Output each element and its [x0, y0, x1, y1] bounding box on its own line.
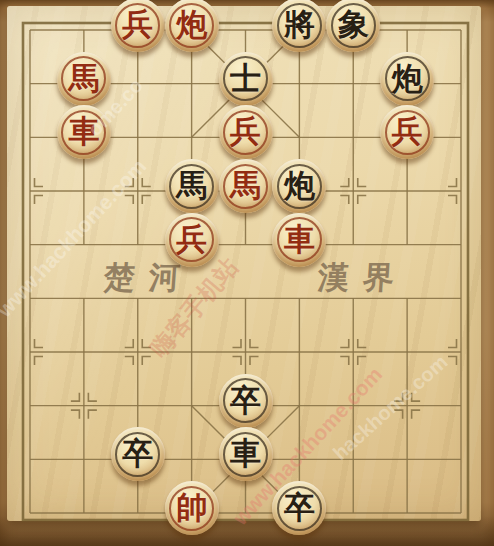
piece-red-soldier[interactable]: 兵 [380, 105, 434, 159]
piece-glyph: 士 [219, 52, 273, 106]
piece-glyph: 炮 [380, 52, 434, 106]
piece-red-general[interactable]: 帥 [165, 481, 219, 535]
piece-glyph: 炮 [165, 0, 219, 52]
piece-glyph: 車 [57, 105, 111, 159]
piece-glyph: 象 [326, 0, 380, 52]
piece-black-soldier[interactable]: 卒 [219, 374, 273, 428]
piece-glyph: 將 [272, 0, 326, 52]
piece-black-cannon[interactable]: 炮 [380, 52, 434, 106]
piece-glyph: 卒 [219, 374, 273, 428]
piece-black-cannon[interactable]: 炮 [272, 159, 326, 213]
piece-glyph: 卒 [272, 481, 326, 535]
piece-red-cannon[interactable]: 炮 [165, 0, 219, 52]
piece-red-chariot[interactable]: 車 [57, 105, 111, 159]
piece-red-chariot[interactable]: 車 [272, 213, 326, 267]
piece-glyph: 兵 [165, 213, 219, 267]
piece-red-horse[interactable]: 馬 [219, 159, 273, 213]
piece-glyph: 車 [272, 213, 326, 267]
piece-glyph: 車 [219, 427, 273, 481]
piece-glyph: 馬 [57, 52, 111, 106]
piece-red-horse[interactable]: 馬 [57, 52, 111, 106]
piece-black-soldier[interactable]: 卒 [272, 481, 326, 535]
piece-black-soldier[interactable]: 卒 [111, 427, 165, 481]
piece-black-chariot[interactable]: 車 [219, 427, 273, 481]
piece-glyph: 兵 [111, 0, 165, 52]
piece-black-advisor[interactable]: 士 [219, 52, 273, 106]
piece-glyph: 卒 [111, 427, 165, 481]
piece-glyph: 兵 [219, 105, 273, 159]
piece-glyph: 帥 [165, 481, 219, 535]
piece-red-soldier[interactable]: 兵 [111, 0, 165, 52]
piece-glyph: 馬 [219, 159, 273, 213]
piece-black-horse[interactable]: 馬 [165, 159, 219, 213]
pieces-layer: 兵炮將象馬士炮車兵兵馬馬炮兵車卒卒車帥卒 [0, 0, 494, 546]
xiangqi-board[interactable]: 楚河 漢界 www.hackhome.comome.co嗨客手机站www.hac… [0, 0, 494, 546]
piece-black-general[interactable]: 將 [272, 0, 326, 52]
piece-glyph: 馬 [165, 159, 219, 213]
piece-red-soldier[interactable]: 兵 [219, 105, 273, 159]
piece-red-soldier[interactable]: 兵 [165, 213, 219, 267]
piece-glyph: 兵 [380, 105, 434, 159]
piece-black-elephant[interactable]: 象 [326, 0, 380, 52]
piece-glyph: 炮 [272, 159, 326, 213]
